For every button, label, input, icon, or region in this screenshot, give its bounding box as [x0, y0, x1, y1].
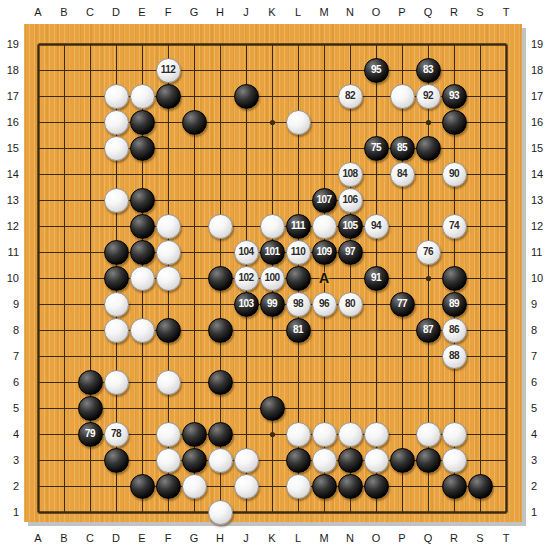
move-number: 76: [423, 247, 433, 257]
black-stone: [416, 448, 441, 473]
white-stone: [338, 422, 363, 447]
black-stone: [130, 474, 155, 499]
move-number: 83: [423, 65, 433, 75]
move-number: 111: [291, 221, 305, 231]
white-stone: 112: [156, 58, 181, 83]
white-stone: [104, 84, 129, 109]
move-number: 94: [371, 221, 381, 231]
coordinate-label: 17: [528, 83, 548, 109]
black-stone: [104, 448, 129, 473]
move-number: 81: [293, 325, 303, 335]
white-stone: 108: [338, 162, 363, 187]
black-stone: [416, 136, 441, 161]
coordinate-label: 5: [2, 395, 22, 421]
white-stone: [208, 214, 233, 239]
coordinate-label: 17: [2, 83, 22, 109]
black-stone: 77: [390, 292, 415, 317]
coordinate-label: S: [467, 4, 493, 20]
black-stone: 111: [286, 214, 311, 239]
white-stone: 92: [416, 84, 441, 109]
black-stone: [286, 448, 311, 473]
black-stone: 91: [364, 266, 389, 291]
move-number: 74: [449, 221, 459, 231]
coordinate-label: O: [363, 4, 389, 20]
black-stone: [260, 396, 285, 421]
white-stone: 78: [104, 422, 129, 447]
coordinate-label: H: [207, 4, 233, 20]
coordinate-label: E: [129, 4, 155, 20]
coordinate-label: J: [233, 4, 259, 20]
white-stone: [156, 370, 181, 395]
black-stone: [104, 266, 129, 291]
white-stone: [156, 240, 181, 265]
white-stone: 76: [416, 240, 441, 265]
white-stone: [364, 448, 389, 473]
coordinate-label: 1: [2, 499, 22, 525]
black-stone: 83: [416, 58, 441, 83]
white-stone: 102: [234, 266, 259, 291]
black-stone: [442, 474, 467, 499]
white-stone: 88: [442, 344, 467, 369]
black-stone: [130, 214, 155, 239]
black-stone: [182, 110, 207, 135]
coordinate-label: D: [103, 530, 129, 546]
move-number: 98: [293, 299, 303, 309]
black-stone: 105: [338, 214, 363, 239]
white-stone: [104, 318, 129, 343]
black-stone: 101: [260, 240, 285, 265]
move-number: 101: [264, 247, 279, 257]
black-stone: 109: [312, 240, 337, 265]
white-stone: [286, 422, 311, 447]
move-number: 86: [449, 325, 459, 335]
white-stone: [130, 266, 155, 291]
move-number: 97: [345, 247, 355, 257]
coordinate-label: 10: [2, 265, 22, 291]
white-stone: 96: [312, 292, 337, 317]
coordinate-label: C: [77, 4, 103, 20]
move-number: 85: [397, 143, 407, 153]
move-number: 79: [85, 429, 95, 439]
black-stone: [156, 474, 181, 499]
white-stone: [130, 84, 155, 109]
white-stone: [104, 370, 129, 395]
black-stone: [442, 266, 467, 291]
coordinate-label: 14: [528, 161, 548, 187]
coordinate-label: B: [51, 4, 77, 20]
coordinate-label: 5: [528, 395, 548, 421]
white-stone: [104, 188, 129, 213]
white-stone: [182, 474, 207, 499]
coordinate-label: 18: [2, 57, 22, 83]
coordinate-label: N: [337, 4, 363, 20]
black-stone: 79: [78, 422, 103, 447]
black-stone: [442, 110, 467, 135]
black-stone: [208, 266, 233, 291]
coordinate-label: S: [467, 530, 493, 546]
coordinate-label: 11: [528, 239, 548, 265]
move-number: 105: [342, 221, 357, 231]
black-stone: [182, 448, 207, 473]
coordinate-label: G: [181, 530, 207, 546]
coordinate-label: H: [207, 530, 233, 546]
play-area: 1129583829293758510884901071061111059474…: [25, 31, 519, 525]
coordinate-label: N: [337, 530, 363, 546]
white-stone: 106: [338, 188, 363, 213]
coordinate-label: K: [259, 4, 285, 20]
white-stone: [286, 110, 311, 135]
coordinate-label: D: [103, 4, 129, 20]
coordinate-label: 13: [2, 187, 22, 213]
white-stone: [156, 214, 181, 239]
row-labels-left: 19181716151413121110987654321: [2, 31, 22, 525]
black-stone: 81: [286, 318, 311, 343]
stones-grid: 1129583829293758510884901071061111059474…: [25, 31, 519, 525]
coordinate-label: O: [363, 530, 389, 546]
coordinate-label: M: [311, 530, 337, 546]
coordinate-label: 13: [528, 187, 548, 213]
white-stone: [442, 448, 467, 473]
coordinate-label: 12: [528, 213, 548, 239]
column-labels-bottom: ABCDEFGHJKLMNOPQRST: [25, 530, 519, 546]
black-stone: 99: [260, 292, 285, 317]
coordinate-label: R: [441, 4, 467, 20]
coordinate-label: 15: [528, 135, 548, 161]
white-stone: [208, 500, 233, 525]
black-stone: [156, 318, 181, 343]
coordinate-label: L: [285, 4, 311, 20]
coordinate-label: C: [77, 530, 103, 546]
go-board: 1129583829293758510884901071061111059474…: [24, 24, 522, 522]
move-number: 107: [316, 195, 331, 205]
black-stone: 107: [312, 188, 337, 213]
move-number: 95: [371, 65, 381, 75]
black-stone: 89: [442, 292, 467, 317]
move-number: 108: [342, 169, 357, 179]
black-stone: 85: [390, 136, 415, 161]
move-number: 78: [111, 429, 121, 439]
black-stone: [130, 240, 155, 265]
move-number: 104: [238, 247, 253, 257]
move-number: 75: [371, 143, 381, 153]
coordinate-label: 6: [528, 369, 548, 395]
coordinate-label: 7: [2, 343, 22, 369]
white-stone: [208, 448, 233, 473]
coordinate-label: Q: [415, 4, 441, 20]
move-number: 93: [449, 91, 459, 101]
coordinate-label: L: [285, 530, 311, 546]
black-stone: 103: [234, 292, 259, 317]
black-stone: [78, 396, 103, 421]
black-stone: [208, 370, 233, 395]
black-stone: [78, 370, 103, 395]
coordinate-label: T: [493, 4, 519, 20]
move-number: 99: [267, 299, 277, 309]
move-number: 92: [423, 91, 433, 101]
coordinate-label: 8: [2, 317, 22, 343]
white-stone: [286, 474, 311, 499]
white-stone: 82: [338, 84, 363, 109]
white-stone: 98: [286, 292, 311, 317]
coordinate-label: G: [181, 4, 207, 20]
move-number: 110: [291, 247, 306, 257]
move-number: 91: [371, 273, 381, 283]
black-stone: [208, 422, 233, 447]
coordinate-label: M: [311, 4, 337, 20]
black-stone: [156, 84, 181, 109]
coordinate-label: 11: [2, 239, 22, 265]
black-stone: 87: [416, 318, 441, 343]
white-stone: [416, 422, 441, 447]
black-stone: [130, 136, 155, 161]
black-stone: [104, 240, 129, 265]
white-stone: 110: [286, 240, 311, 265]
coordinate-label: Q: [415, 530, 441, 546]
black-stone: [338, 448, 363, 473]
coordinate-label: 6: [2, 369, 22, 395]
coordinate-label: 12: [2, 213, 22, 239]
white-stone: 100: [260, 266, 285, 291]
white-stone: 90: [442, 162, 467, 187]
black-stone: 75: [364, 136, 389, 161]
white-stone: [156, 422, 181, 447]
white-stone: [312, 448, 337, 473]
black-stone: [468, 474, 493, 499]
white-stone: 80: [338, 292, 363, 317]
move-number: 82: [345, 91, 355, 101]
annotation-label: A: [319, 271, 329, 285]
white-stone: [104, 110, 129, 135]
black-stone: 97: [338, 240, 363, 265]
black-stone: [130, 110, 155, 135]
white-stone: [312, 214, 337, 239]
coordinate-label: 4: [2, 421, 22, 447]
coordinate-label: 2: [528, 473, 548, 499]
coordinate-label: T: [493, 530, 519, 546]
coordinate-label: 15: [2, 135, 22, 161]
column-labels-top: ABCDEFGHJKLMNOPQRST: [25, 4, 519, 20]
coordinate-label: F: [155, 4, 181, 20]
coordinate-label: 19: [528, 31, 548, 57]
coordinate-label: F: [155, 530, 181, 546]
coordinate-label: K: [259, 530, 285, 546]
coordinate-label: 3: [528, 447, 548, 473]
coordinate-label: 2: [2, 473, 22, 499]
move-number: 100: [264, 273, 279, 283]
black-stone: 93: [442, 84, 467, 109]
coordinate-label: E: [129, 530, 155, 546]
black-stone: [234, 84, 259, 109]
move-number: 103: [238, 299, 253, 309]
coordinate-label: 4: [528, 421, 548, 447]
white-stone: 74: [442, 214, 467, 239]
move-number: 89: [449, 299, 459, 309]
white-stone: [442, 422, 467, 447]
white-stone: [130, 318, 155, 343]
move-number: 109: [316, 247, 331, 257]
move-number: 96: [319, 299, 329, 309]
coordinate-label: P: [389, 530, 415, 546]
coordinate-label: P: [389, 4, 415, 20]
white-stone: 104: [234, 240, 259, 265]
move-number: 88: [449, 351, 459, 361]
black-stone: [182, 422, 207, 447]
white-stone: [234, 448, 259, 473]
white-stone: 94: [364, 214, 389, 239]
move-number: 112: [161, 65, 176, 75]
white-stone: [364, 422, 389, 447]
black-stone: [208, 318, 233, 343]
black-stone: [390, 448, 415, 473]
white-stone: [104, 292, 129, 317]
row-labels-right: 19181716151413121110987654321: [528, 31, 548, 525]
black-stone: [338, 474, 363, 499]
black-stone: [364, 474, 389, 499]
black-stone: 95: [364, 58, 389, 83]
coordinate-label: 10: [528, 265, 548, 291]
move-number: 84: [397, 169, 407, 179]
move-number: 77: [397, 299, 407, 309]
coordinate-label: R: [441, 530, 467, 546]
black-stone: [130, 188, 155, 213]
go-board-diagram: ABCDEFGHJKLMNOPQRST 19181716151413121110…: [0, 0, 550, 550]
coordinate-label: J: [233, 530, 259, 546]
coordinate-label: 3: [2, 447, 22, 473]
white-stone: [312, 422, 337, 447]
white-stone: [260, 214, 285, 239]
move-number: 87: [423, 325, 433, 335]
white-stone: [104, 136, 129, 161]
coordinate-label: 14: [2, 161, 22, 187]
coordinate-label: 19: [2, 31, 22, 57]
white-stone: [156, 448, 181, 473]
coordinate-label: B: [51, 530, 77, 546]
coordinate-label: 7: [528, 343, 548, 369]
coordinate-label: 16: [528, 109, 548, 135]
move-number: 80: [345, 299, 355, 309]
black-stone: [286, 266, 311, 291]
black-stone: [312, 474, 337, 499]
coordinate-label: 18: [528, 57, 548, 83]
coordinate-label: 9: [528, 291, 548, 317]
white-stone: [390, 84, 415, 109]
white-stone: [234, 474, 259, 499]
coordinate-label: 9: [2, 291, 22, 317]
white-stone: [156, 266, 181, 291]
coordinate-label: A: [25, 4, 51, 20]
coordinate-label: 8: [528, 317, 548, 343]
coordinate-label: 1: [528, 499, 548, 525]
white-stone: 84: [390, 162, 415, 187]
move-number: 106: [342, 195, 357, 205]
white-stone: 86: [442, 318, 467, 343]
coordinate-label: A: [25, 530, 51, 546]
move-number: 90: [449, 169, 459, 179]
coordinate-label: 16: [2, 109, 22, 135]
move-number: 102: [238, 273, 253, 283]
